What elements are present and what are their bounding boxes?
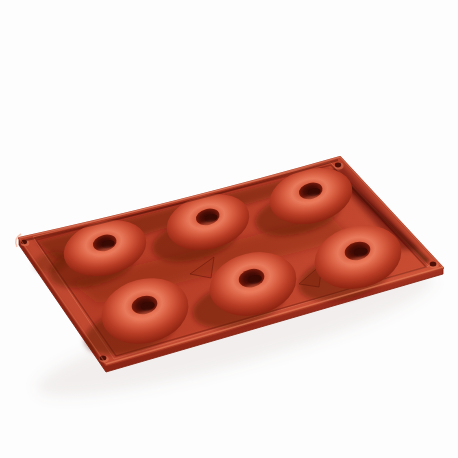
product-photo-stage — [0, 0, 458, 458]
corner-eyelet-top — [334, 163, 343, 170]
silicone-donut-mold-photo — [0, 0, 458, 458]
